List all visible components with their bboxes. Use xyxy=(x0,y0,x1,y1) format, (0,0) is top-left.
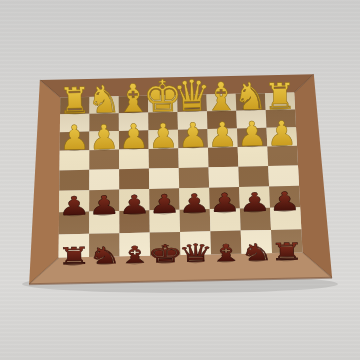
piece-dark-pawn-f3: ♟ xyxy=(208,187,241,217)
chess-board: ♜♞♝♚♛♝♞♜♟♟♟♟♟♟♟♟♟♟♟♟♟♟♟♟♜♞♝♚♛♝♞♜ xyxy=(0,0,360,360)
piece-dark-pawn-a3: ♟ xyxy=(58,191,91,221)
piece-light-pawn-g6: ♟ xyxy=(236,113,267,154)
piece-light-pawn-f6: ♟ xyxy=(207,114,238,155)
piece-dark-pawn-d3: ♟ xyxy=(148,189,181,219)
piece-dark-pawn-b3: ♟ xyxy=(88,190,121,220)
piece-light-pawn-d6: ♟ xyxy=(148,115,179,156)
piece-dark-knight-b1: ♞ xyxy=(87,242,122,270)
piece-light-pawn-a6: ♟ xyxy=(59,117,90,158)
board-group: ♜♞♝♚♛♝♞♜♟♟♟♟♟♟♟♟♟♟♟♟♟♟♟♟♜♞♝♚♛♝♞♜ xyxy=(25,67,332,284)
piece-dark-pawn-h3: ♟ xyxy=(268,186,301,216)
piece-dark-pawn-c3: ♟ xyxy=(118,189,151,219)
piece-light-pawn-b6: ♟ xyxy=(88,117,119,158)
piece-light-pawn-c6: ♟ xyxy=(118,116,149,157)
piece-dark-pawn-g3: ♟ xyxy=(238,187,271,217)
piece-light-pawn-e6: ♟ xyxy=(177,115,208,156)
chessboard-photo: ♜♞♝♚♛♝♞♜♟♟♟♟♟♟♟♟♟♟♟♟♟♟♟♟♜♞♝♚♛♝♞♜ xyxy=(0,0,360,360)
piece-dark-rook-h1: ♜ xyxy=(270,238,305,266)
piece-light-pawn-h6: ♟ xyxy=(266,113,297,154)
piece-dark-bishop-f1: ♝ xyxy=(209,239,244,267)
piece-dark-knight-g1: ♞ xyxy=(239,238,274,266)
piece-light-rook-h8: ♜ xyxy=(263,75,296,117)
piece-dark-rook-a1: ♜ xyxy=(57,242,92,270)
piece-dark-pawn-e3: ♟ xyxy=(178,188,211,218)
